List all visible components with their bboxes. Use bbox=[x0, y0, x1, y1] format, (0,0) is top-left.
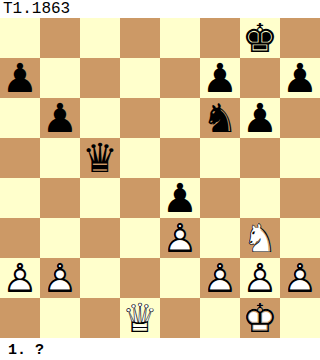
white-knight[interactable]: ♞♘ bbox=[240, 218, 280, 258]
square-h3[interactable] bbox=[280, 218, 320, 258]
square-d2[interactable] bbox=[120, 258, 160, 298]
white-queen[interactable]: ♛♕ bbox=[120, 298, 160, 338]
square-f4[interactable] bbox=[200, 178, 240, 218]
white-king[interactable]: ♚♔ bbox=[240, 298, 280, 338]
square-a5[interactable] bbox=[0, 138, 40, 178]
square-g4[interactable] bbox=[240, 178, 280, 218]
square-d5[interactable] bbox=[120, 138, 160, 178]
glyph-outline: ♙ bbox=[280, 258, 320, 298]
square-c1[interactable] bbox=[80, 298, 120, 338]
square-h1[interactable] bbox=[280, 298, 320, 338]
glyph-outline: ♙ bbox=[200, 258, 240, 298]
black-king[interactable]: ♚ bbox=[240, 18, 280, 58]
square-c6[interactable] bbox=[80, 98, 120, 138]
square-d7[interactable] bbox=[120, 58, 160, 98]
square-g6[interactable]: ♟ bbox=[240, 98, 280, 138]
square-e5[interactable] bbox=[160, 138, 200, 178]
glyph-fill: ♟ bbox=[0, 58, 40, 98]
glyph-outline: ♙ bbox=[240, 258, 280, 298]
glyph-fill: ♟ bbox=[200, 58, 240, 98]
move-prompt: 1. ? bbox=[0, 338, 320, 360]
square-h6[interactable] bbox=[280, 98, 320, 138]
black-queen[interactable]: ♛ bbox=[80, 138, 120, 178]
square-h5[interactable] bbox=[280, 138, 320, 178]
chess-board[interactable]: ♚♟♟♟♟♞♟♛♟♟♙♞♘♟♙♟♙♟♙♟♙♟♙♛♕♚♔ bbox=[0, 18, 320, 338]
glyph-fill: ♟ bbox=[40, 98, 80, 138]
square-b6[interactable]: ♟ bbox=[40, 98, 80, 138]
square-b2[interactable]: ♟♙ bbox=[40, 258, 80, 298]
white-pawn[interactable]: ♟♙ bbox=[0, 258, 40, 298]
square-f6[interactable]: ♞ bbox=[200, 98, 240, 138]
square-d3[interactable] bbox=[120, 218, 160, 258]
square-g2[interactable]: ♟♙ bbox=[240, 258, 280, 298]
square-b7[interactable] bbox=[40, 58, 80, 98]
square-c7[interactable] bbox=[80, 58, 120, 98]
square-f2[interactable]: ♟♙ bbox=[200, 258, 240, 298]
square-h8[interactable] bbox=[280, 18, 320, 58]
square-d4[interactable] bbox=[120, 178, 160, 218]
glyph-fill: ♟ bbox=[240, 98, 280, 138]
black-pawn[interactable]: ♟ bbox=[200, 58, 240, 98]
square-c5[interactable]: ♛ bbox=[80, 138, 120, 178]
square-a2[interactable]: ♟♙ bbox=[0, 258, 40, 298]
glyph-outline: ♕ bbox=[120, 298, 160, 338]
square-b1[interactable] bbox=[40, 298, 80, 338]
square-e3[interactable]: ♟♙ bbox=[160, 218, 200, 258]
square-h4[interactable] bbox=[280, 178, 320, 218]
square-e2[interactable] bbox=[160, 258, 200, 298]
white-pawn[interactable]: ♟♙ bbox=[200, 258, 240, 298]
square-h2[interactable]: ♟♙ bbox=[280, 258, 320, 298]
black-pawn[interactable]: ♟ bbox=[40, 98, 80, 138]
square-h7[interactable]: ♟ bbox=[280, 58, 320, 98]
square-c2[interactable] bbox=[80, 258, 120, 298]
black-pawn[interactable]: ♟ bbox=[240, 98, 280, 138]
square-a3[interactable] bbox=[0, 218, 40, 258]
glyph-outline: ♙ bbox=[40, 258, 80, 298]
square-f8[interactable] bbox=[200, 18, 240, 58]
square-b4[interactable] bbox=[40, 178, 80, 218]
black-pawn[interactable]: ♟ bbox=[280, 58, 320, 98]
square-d8[interactable] bbox=[120, 18, 160, 58]
square-e7[interactable] bbox=[160, 58, 200, 98]
glyph-outline: ♘ bbox=[240, 218, 280, 258]
square-c4[interactable] bbox=[80, 178, 120, 218]
square-e8[interactable] bbox=[160, 18, 200, 58]
square-g3[interactable]: ♞♘ bbox=[240, 218, 280, 258]
chess-puzzle-window: T1.1863 ♚♟♟♟♟♞♟♛♟♟♙♞♘♟♙♟♙♟♙♟♙♟♙♛♕♚♔ 1. ? bbox=[0, 0, 320, 360]
square-c8[interactable] bbox=[80, 18, 120, 58]
square-c3[interactable] bbox=[80, 218, 120, 258]
square-f7[interactable]: ♟ bbox=[200, 58, 240, 98]
square-g7[interactable] bbox=[240, 58, 280, 98]
white-pawn[interactable]: ♟♙ bbox=[280, 258, 320, 298]
white-pawn[interactable]: ♟♙ bbox=[240, 258, 280, 298]
square-e4[interactable]: ♟ bbox=[160, 178, 200, 218]
square-e1[interactable] bbox=[160, 298, 200, 338]
square-a1[interactable] bbox=[0, 298, 40, 338]
white-pawn[interactable]: ♟♙ bbox=[40, 258, 80, 298]
glyph-fill: ♟ bbox=[160, 178, 200, 218]
square-f5[interactable] bbox=[200, 138, 240, 178]
square-b8[interactable] bbox=[40, 18, 80, 58]
glyph-fill: ♟ bbox=[280, 58, 320, 98]
square-g5[interactable] bbox=[240, 138, 280, 178]
square-f1[interactable] bbox=[200, 298, 240, 338]
square-g8[interactable]: ♚ bbox=[240, 18, 280, 58]
glyph-fill: ♞ bbox=[200, 98, 240, 138]
glyph-outline: ♙ bbox=[160, 218, 200, 258]
black-pawn[interactable]: ♟ bbox=[0, 58, 40, 98]
square-a6[interactable] bbox=[0, 98, 40, 138]
glyph-fill: ♚ bbox=[240, 18, 280, 58]
glyph-fill: ♛ bbox=[80, 138, 120, 178]
black-pawn[interactable]: ♟ bbox=[160, 178, 200, 218]
square-d1[interactable]: ♛♕ bbox=[120, 298, 160, 338]
square-f3[interactable] bbox=[200, 218, 240, 258]
square-e6[interactable] bbox=[160, 98, 200, 138]
glyph-outline: ♔ bbox=[240, 298, 280, 338]
glyph-outline: ♙ bbox=[0, 258, 40, 298]
square-d6[interactable] bbox=[120, 98, 160, 138]
black-knight[interactable]: ♞ bbox=[200, 98, 240, 138]
square-a4[interactable] bbox=[0, 178, 40, 218]
square-b3[interactable] bbox=[40, 218, 80, 258]
square-a7[interactable]: ♟ bbox=[0, 58, 40, 98]
square-b5[interactable] bbox=[40, 138, 80, 178]
square-a8[interactable] bbox=[0, 18, 40, 58]
square-g1[interactable]: ♚♔ bbox=[240, 298, 280, 338]
white-pawn[interactable]: ♟♙ bbox=[160, 218, 200, 258]
